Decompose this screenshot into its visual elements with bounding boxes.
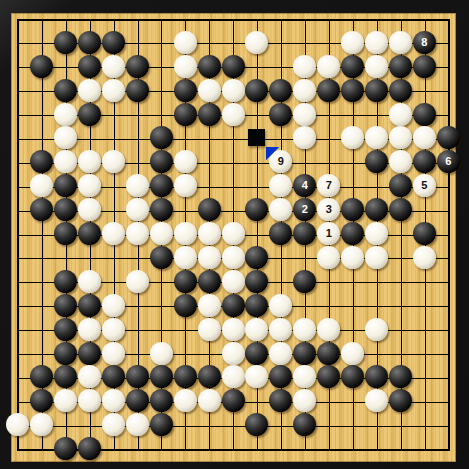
black-stone: [174, 365, 197, 388]
black-stone: [78, 342, 101, 365]
white-stone: [54, 103, 77, 126]
white-stone: [102, 55, 125, 78]
move-number-label: 5: [413, 174, 436, 197]
black-stone: [150, 413, 173, 436]
grid-line-vertical: [448, 19, 450, 451]
white-stone: [150, 222, 173, 245]
white-stone: [365, 31, 388, 54]
white-stone: [174, 389, 197, 412]
black-stone: [150, 150, 173, 173]
black-stone: [78, 103, 101, 126]
white-stone: [365, 318, 388, 341]
move-number-label: 9: [269, 150, 292, 173]
black-square-marker: [248, 129, 265, 146]
black-stone: [54, 79, 77, 102]
black-stone: [174, 294, 197, 317]
white-stone: [341, 31, 364, 54]
black-stone: [389, 79, 412, 102]
white-stone: [126, 222, 149, 245]
black-stone: 6: [437, 150, 460, 173]
move-number-label: 1: [317, 222, 340, 245]
black-stone: [30, 198, 53, 221]
white-stone: [198, 294, 221, 317]
black-stone: [126, 55, 149, 78]
black-stone: [293, 342, 316, 365]
move-number-label: 6: [437, 150, 460, 173]
move-number-label: 2: [293, 198, 316, 221]
black-stone: [198, 55, 221, 78]
white-stone: [198, 318, 221, 341]
white-stone: [222, 318, 245, 341]
black-stone: [78, 437, 101, 460]
black-stone: [78, 222, 101, 245]
white-stone: [102, 294, 125, 317]
black-stone: [341, 79, 364, 102]
white-stone: [389, 103, 412, 126]
black-stone: [222, 55, 245, 78]
black-stone: [150, 126, 173, 149]
white-stone: [126, 198, 149, 221]
black-stone: [174, 103, 197, 126]
black-stone: [245, 294, 268, 317]
white-stone: [269, 294, 292, 317]
white-stone: [78, 174, 101, 197]
black-stone: [54, 222, 77, 245]
black-stone: [54, 294, 77, 317]
black-stone: [78, 31, 101, 54]
white-stone: 9: [269, 150, 292, 173]
white-stone: [245, 318, 268, 341]
move-number-label: 3: [317, 198, 340, 221]
white-stone: [222, 365, 245, 388]
white-stone: [102, 222, 125, 245]
white-stone: 1: [317, 222, 340, 245]
black-stone: [198, 198, 221, 221]
move-number-label: 7: [317, 174, 340, 197]
black-stone: [78, 294, 101, 317]
white-stone: [78, 318, 101, 341]
white-stone: [102, 389, 125, 412]
black-stone: [30, 55, 53, 78]
white-stone: [150, 342, 173, 365]
move-number-label: 4: [293, 174, 316, 197]
white-stone: [78, 389, 101, 412]
white-stone: [341, 246, 364, 269]
black-stone: [78, 55, 101, 78]
white-stone: [126, 413, 149, 436]
white-stone: [293, 79, 316, 102]
black-stone: [365, 79, 388, 102]
white-stone: [389, 31, 412, 54]
white-stone: [317, 246, 340, 269]
black-stone: [317, 342, 340, 365]
white-stone: [174, 222, 197, 245]
white-stone: [198, 222, 221, 245]
white-stone: [30, 413, 53, 436]
white-stone: [102, 413, 125, 436]
white-stone: [174, 150, 197, 173]
white-stone: [174, 55, 197, 78]
black-stone: [198, 365, 221, 388]
black-stone: [317, 79, 340, 102]
black-stone: [413, 103, 436, 126]
black-stone: [413, 222, 436, 245]
white-stone: [222, 79, 245, 102]
white-stone: [317, 55, 340, 78]
white-stone: [222, 270, 245, 293]
black-stone: [245, 342, 268, 365]
black-stone: [150, 198, 173, 221]
white-stone: [102, 318, 125, 341]
black-stone: [389, 198, 412, 221]
black-stone: [198, 103, 221, 126]
white-stone: [102, 79, 125, 102]
black-stone: 2: [293, 198, 316, 221]
white-stone: [365, 55, 388, 78]
white-stone: [317, 318, 340, 341]
move-number-label: 8: [413, 31, 436, 54]
black-stone: [174, 270, 197, 293]
black-stone: [341, 222, 364, 245]
black-stone: [54, 198, 77, 221]
white-stone: [269, 342, 292, 365]
white-stone: [102, 150, 125, 173]
white-stone: [222, 342, 245, 365]
white-stone: [198, 246, 221, 269]
black-stone: [102, 31, 125, 54]
black-stone: [126, 389, 149, 412]
black-stone: 8: [413, 31, 436, 54]
go-kifu-screenshot: 896475231: [0, 0, 469, 469]
black-stone: [222, 389, 245, 412]
white-stone: [413, 246, 436, 269]
grid-line-horizontal: [17, 426, 450, 427]
white-stone: [222, 103, 245, 126]
white-stone: [174, 246, 197, 269]
black-stone: [174, 79, 197, 102]
black-stone: [245, 79, 268, 102]
white-stone: 7: [317, 174, 340, 197]
white-stone: [293, 55, 316, 78]
white-stone: [78, 79, 101, 102]
black-stone: [126, 79, 149, 102]
black-stone: [293, 270, 316, 293]
black-stone: [269, 103, 292, 126]
white-stone: [341, 342, 364, 365]
white-stone: [174, 174, 197, 197]
black-stone: [413, 55, 436, 78]
white-stone: [102, 342, 125, 365]
white-stone: [222, 246, 245, 269]
white-stone: [78, 270, 101, 293]
black-stone: [341, 55, 364, 78]
white-stone: [293, 318, 316, 341]
black-stone: [54, 342, 77, 365]
black-stone: 4: [293, 174, 316, 197]
black-stone: [54, 437, 77, 460]
black-stone: [198, 270, 221, 293]
white-stone: [365, 246, 388, 269]
white-stone: [198, 389, 221, 412]
white-stone: [222, 222, 245, 245]
white-stone: [365, 222, 388, 245]
white-stone: [269, 318, 292, 341]
black-stone: [54, 31, 77, 54]
white-stone: 5: [413, 174, 436, 197]
black-stone: [54, 318, 77, 341]
black-stone: [389, 55, 412, 78]
black-stone: [222, 294, 245, 317]
black-stone: [150, 365, 173, 388]
white-stone: [293, 103, 316, 126]
white-stone: [126, 174, 149, 197]
black-stone: [150, 174, 173, 197]
white-stone: [126, 270, 149, 293]
black-stone: [150, 389, 173, 412]
black-stone: [269, 79, 292, 102]
black-stone: [150, 246, 173, 269]
white-stone: [78, 198, 101, 221]
white-stone: 3: [317, 198, 340, 221]
white-stone: [174, 31, 197, 54]
white-stone: [198, 79, 221, 102]
black-stone: [54, 270, 77, 293]
